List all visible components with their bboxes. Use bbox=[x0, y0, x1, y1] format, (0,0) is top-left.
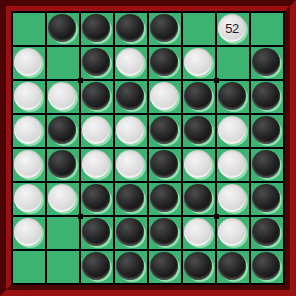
disc-white bbox=[14, 184, 42, 212]
disc-white bbox=[82, 150, 110, 178]
cell-a2[interactable] bbox=[13, 47, 45, 79]
cell-g3[interactable] bbox=[217, 81, 249, 113]
disc-black bbox=[252, 82, 280, 110]
disc-black bbox=[184, 252, 212, 280]
cell-c7[interactable] bbox=[81, 217, 113, 249]
cell-d6[interactable] bbox=[115, 183, 147, 215]
cell-c6[interactable] bbox=[81, 183, 113, 215]
cell-h2[interactable] bbox=[251, 47, 283, 79]
cell-d1[interactable] bbox=[115, 13, 147, 45]
star-point bbox=[214, 214, 219, 219]
cell-g7[interactable] bbox=[217, 217, 249, 249]
cell-c2[interactable] bbox=[81, 47, 113, 79]
disc-black bbox=[150, 252, 178, 280]
disc-black bbox=[82, 218, 110, 246]
disc-black bbox=[116, 184, 144, 212]
disc-white bbox=[218, 116, 246, 144]
disc-white bbox=[14, 82, 42, 110]
cell-g1[interactable]: 52 bbox=[217, 13, 249, 45]
cell-f4[interactable] bbox=[183, 115, 215, 147]
cell-a5[interactable] bbox=[13, 149, 45, 181]
disc-black bbox=[116, 218, 144, 246]
disc-black bbox=[184, 116, 212, 144]
disc-black bbox=[150, 116, 178, 144]
cell-e2[interactable] bbox=[149, 47, 181, 79]
cell-f7[interactable] bbox=[183, 217, 215, 249]
board-frame-outer: 52 bbox=[0, 0, 296, 296]
cell-e8[interactable] bbox=[149, 251, 181, 283]
cell-c1[interactable] bbox=[81, 13, 113, 45]
cell-a1[interactable] bbox=[13, 13, 45, 45]
cell-b8[interactable] bbox=[47, 251, 79, 283]
cell-h6[interactable] bbox=[251, 183, 283, 215]
disc-black bbox=[150, 14, 178, 42]
disc-white bbox=[218, 150, 246, 178]
disc-black bbox=[82, 252, 110, 280]
cell-g8[interactable] bbox=[217, 251, 249, 283]
cell-h5[interactable] bbox=[251, 149, 283, 181]
cell-h3[interactable] bbox=[251, 81, 283, 113]
disc-black bbox=[252, 218, 280, 246]
disc-black bbox=[218, 252, 246, 280]
board: 52 bbox=[11, 11, 285, 285]
cell-b4[interactable] bbox=[47, 115, 79, 147]
disc-black bbox=[82, 48, 110, 76]
cell-a6[interactable] bbox=[13, 183, 45, 215]
disc-black bbox=[116, 14, 144, 42]
cell-g4[interactable] bbox=[217, 115, 249, 147]
cell-g5[interactable] bbox=[217, 149, 249, 181]
disc-white bbox=[116, 150, 144, 178]
disc-black bbox=[150, 150, 178, 178]
disc-white bbox=[48, 184, 76, 212]
disc-black bbox=[252, 252, 280, 280]
disc-white bbox=[82, 116, 110, 144]
disc-black bbox=[184, 184, 212, 212]
cell-e7[interactable] bbox=[149, 217, 181, 249]
cell-f3[interactable] bbox=[183, 81, 215, 113]
disc-black bbox=[252, 48, 280, 76]
cell-d7[interactable] bbox=[115, 217, 147, 249]
cell-f1[interactable] bbox=[183, 13, 215, 45]
star-point bbox=[78, 78, 83, 83]
disc-white bbox=[116, 116, 144, 144]
cell-d3[interactable] bbox=[115, 81, 147, 113]
disc-black bbox=[82, 184, 110, 212]
cell-c8[interactable] bbox=[81, 251, 113, 283]
cell-h7[interactable] bbox=[251, 217, 283, 249]
disc-black bbox=[252, 150, 280, 178]
disc-white bbox=[184, 150, 212, 178]
cell-g2[interactable] bbox=[217, 47, 249, 79]
disc-black bbox=[252, 184, 280, 212]
cell-f2[interactable] bbox=[183, 47, 215, 79]
disc-white bbox=[14, 48, 42, 76]
disc-white: 52 bbox=[218, 14, 246, 42]
disc-white bbox=[184, 48, 212, 76]
cell-h8[interactable] bbox=[251, 251, 283, 283]
disc-black bbox=[150, 218, 178, 246]
cell-b3[interactable] bbox=[47, 81, 79, 113]
cell-f8[interactable] bbox=[183, 251, 215, 283]
cell-b7[interactable] bbox=[47, 217, 79, 249]
cell-h1[interactable] bbox=[251, 13, 283, 45]
disc-black bbox=[116, 252, 144, 280]
cell-f5[interactable] bbox=[183, 149, 215, 181]
disc-black bbox=[48, 150, 76, 178]
disc-white bbox=[14, 150, 42, 178]
board-frame-inner: 52 bbox=[6, 6, 290, 290]
cell-a4[interactable] bbox=[13, 115, 45, 147]
disc-white bbox=[150, 82, 178, 110]
disc-white bbox=[184, 218, 212, 246]
cell-a7[interactable] bbox=[13, 217, 45, 249]
cell-d8[interactable] bbox=[115, 251, 147, 283]
cell-a3[interactable] bbox=[13, 81, 45, 113]
disc-black bbox=[184, 82, 212, 110]
move-number-label: 52 bbox=[225, 22, 238, 35]
disc-white bbox=[218, 184, 246, 212]
cell-h4[interactable] bbox=[251, 115, 283, 147]
cell-d4[interactable] bbox=[115, 115, 147, 147]
cell-f6[interactable] bbox=[183, 183, 215, 215]
star-point bbox=[214, 78, 219, 83]
cell-c4[interactable] bbox=[81, 115, 113, 147]
disc-white bbox=[48, 82, 76, 110]
cell-e5[interactable] bbox=[149, 149, 181, 181]
disc-white bbox=[218, 218, 246, 246]
cell-b1[interactable] bbox=[47, 13, 79, 45]
cell-b2[interactable] bbox=[47, 47, 79, 79]
disc-black bbox=[48, 116, 76, 144]
disc-black bbox=[82, 14, 110, 42]
cell-b5[interactable] bbox=[47, 149, 79, 181]
cell-d5[interactable] bbox=[115, 149, 147, 181]
cell-e6[interactable] bbox=[149, 183, 181, 215]
disc-black bbox=[150, 184, 178, 212]
cell-c5[interactable] bbox=[81, 149, 113, 181]
disc-white bbox=[14, 116, 42, 144]
star-point bbox=[78, 214, 83, 219]
disc-black bbox=[82, 82, 110, 110]
disc-white bbox=[14, 218, 42, 246]
disc-black bbox=[150, 48, 178, 76]
disc-white bbox=[116, 48, 144, 76]
disc-black bbox=[48, 14, 76, 42]
cell-e4[interactable] bbox=[149, 115, 181, 147]
disc-black bbox=[116, 82, 144, 110]
cell-b6[interactable] bbox=[47, 183, 79, 215]
cell-a8[interactable] bbox=[13, 251, 45, 283]
cell-e3[interactable] bbox=[149, 81, 181, 113]
cell-g6[interactable] bbox=[217, 183, 249, 215]
disc-black bbox=[252, 116, 280, 144]
cell-e1[interactable] bbox=[149, 13, 181, 45]
cell-c3[interactable] bbox=[81, 81, 113, 113]
disc-black bbox=[218, 82, 246, 110]
cell-d2[interactable] bbox=[115, 47, 147, 79]
